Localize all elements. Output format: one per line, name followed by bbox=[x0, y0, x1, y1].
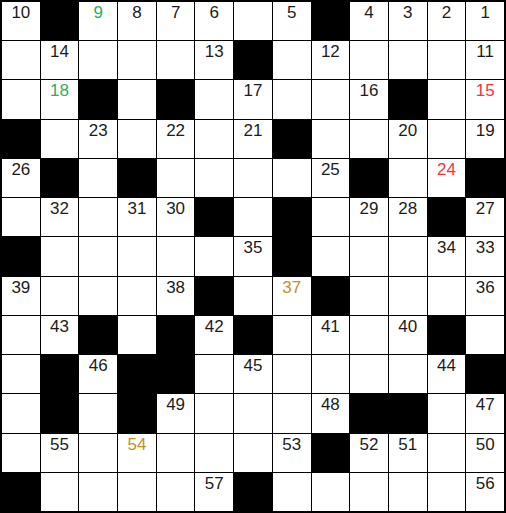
cell-r7c3[interactable] bbox=[79, 237, 117, 275]
clue-number-26: 26 bbox=[2, 160, 40, 180]
cell-r6c13[interactable]: 27 bbox=[466, 198, 504, 236]
cell-r12c6[interactable] bbox=[195, 434, 233, 472]
cell-r4c13[interactable]: 19 bbox=[466, 120, 504, 158]
cell-r2c2[interactable]: 14 bbox=[41, 41, 79, 79]
cell-r10c1[interactable] bbox=[2, 355, 40, 393]
cell-r4c6[interactable] bbox=[195, 120, 233, 158]
cell-r7c7[interactable]: 35 bbox=[234, 237, 272, 275]
clue-number-4: 4 bbox=[350, 3, 388, 23]
cell-r1c12[interactable]: 2 bbox=[428, 2, 466, 40]
cell-r7c10[interactable] bbox=[350, 237, 388, 275]
cell-r11c5[interactable]: 49 bbox=[157, 394, 195, 432]
cell-r5c9[interactable]: 25 bbox=[312, 159, 350, 197]
cell-r3c5 bbox=[157, 80, 195, 118]
cell-r9c1[interactable] bbox=[2, 316, 40, 354]
cell-r5c13 bbox=[466, 159, 504, 197]
cell-r13c1 bbox=[2, 473, 40, 511]
cell-r4c3[interactable]: 23 bbox=[79, 120, 117, 158]
cell-r1c4[interactable]: 8 bbox=[118, 2, 156, 40]
cell-r2c10[interactable] bbox=[350, 41, 388, 79]
cell-r12c11[interactable]: 51 bbox=[389, 434, 427, 472]
cell-r1c8[interactable]: 5 bbox=[273, 2, 311, 40]
clue-number-11: 11 bbox=[466, 42, 504, 62]
cell-r5c4 bbox=[118, 159, 156, 197]
clue-number-54: 54 bbox=[118, 435, 156, 455]
cell-r11c6[interactable] bbox=[195, 394, 233, 432]
clue-number-35: 35 bbox=[234, 238, 272, 258]
cell-r3c4[interactable] bbox=[118, 80, 156, 118]
cell-r11c2 bbox=[41, 394, 79, 432]
clue-number-2: 2 bbox=[428, 3, 466, 23]
clue-number-49: 49 bbox=[157, 395, 195, 415]
cell-r13c11[interactable] bbox=[389, 473, 427, 511]
clue-number-18: 18 bbox=[41, 81, 79, 101]
clue-number-5: 5 bbox=[273, 3, 311, 23]
cell-r11c8[interactable] bbox=[273, 394, 311, 432]
cell-r6c3[interactable] bbox=[79, 198, 117, 236]
clue-number-30: 30 bbox=[157, 199, 195, 219]
cell-r9c10[interactable] bbox=[350, 316, 388, 354]
cell-r9c3 bbox=[79, 316, 117, 354]
cell-r1c9 bbox=[312, 2, 350, 40]
cell-r13c4[interactable] bbox=[118, 473, 156, 511]
cell-r5c2 bbox=[41, 159, 79, 197]
clue-number-23: 23 bbox=[79, 121, 117, 141]
clue-number-40: 40 bbox=[389, 317, 427, 337]
clue-number-3: 3 bbox=[389, 3, 427, 23]
cell-r3c9[interactable] bbox=[312, 80, 350, 118]
cell-r12c5[interactable] bbox=[157, 434, 195, 472]
cell-r11c9[interactable]: 48 bbox=[312, 394, 350, 432]
cell-r2c1[interactable] bbox=[2, 41, 40, 79]
cell-r4c8 bbox=[273, 120, 311, 158]
cell-r7c13[interactable]: 33 bbox=[466, 237, 504, 275]
cell-r12c9 bbox=[312, 434, 350, 472]
cell-r6c12 bbox=[428, 198, 466, 236]
clue-number-20: 20 bbox=[389, 121, 427, 141]
clue-number-27: 27 bbox=[466, 199, 504, 219]
clue-number-16: 16 bbox=[350, 81, 388, 101]
cell-r13c7 bbox=[234, 473, 272, 511]
cell-r4c10[interactable] bbox=[350, 120, 388, 158]
cell-r6c5[interactable]: 30 bbox=[157, 198, 195, 236]
clue-number-44: 44 bbox=[428, 356, 466, 376]
cell-r2c8[interactable] bbox=[273, 41, 311, 79]
clue-number-36: 36 bbox=[466, 278, 504, 298]
cell-r3c13[interactable]: 15 bbox=[466, 80, 504, 118]
clue-number-31: 31 bbox=[118, 199, 156, 219]
cell-r7c6[interactable] bbox=[195, 237, 233, 275]
cell-r7c8 bbox=[273, 237, 311, 275]
cell-r6c6 bbox=[195, 198, 233, 236]
cell-r9c2[interactable]: 43 bbox=[41, 316, 79, 354]
clue-number-56: 56 bbox=[466, 474, 504, 494]
clue-number-43: 43 bbox=[41, 317, 79, 337]
cell-r1c11[interactable]: 3 bbox=[389, 2, 427, 40]
cell-r8c10[interactable] bbox=[350, 277, 388, 315]
cell-r10c3[interactable]: 46 bbox=[79, 355, 117, 393]
cell-r9c12 bbox=[428, 316, 466, 354]
clue-number-46: 46 bbox=[79, 356, 117, 376]
clue-number-38: 38 bbox=[157, 278, 195, 298]
clue-number-47: 47 bbox=[466, 395, 504, 415]
cell-r7c1 bbox=[2, 237, 40, 275]
cell-r13c5[interactable] bbox=[157, 473, 195, 511]
cell-r11c10 bbox=[350, 394, 388, 432]
cell-r1c6[interactable]: 6 bbox=[195, 2, 233, 40]
clue-number-34: 34 bbox=[428, 238, 466, 258]
cell-r1c13[interactable]: 1 bbox=[466, 2, 504, 40]
clue-number-19: 19 bbox=[466, 121, 504, 141]
cell-r10c11[interactable] bbox=[389, 355, 427, 393]
cell-r11c12[interactable] bbox=[428, 394, 466, 432]
cell-r5c11[interactable] bbox=[389, 159, 427, 197]
cell-r4c4[interactable] bbox=[118, 120, 156, 158]
clue-number-53: 53 bbox=[273, 435, 311, 455]
clue-number-52: 52 bbox=[350, 435, 388, 455]
cell-r11c3[interactable] bbox=[79, 394, 117, 432]
cell-r5c6[interactable] bbox=[195, 159, 233, 197]
cell-r9c7 bbox=[234, 316, 272, 354]
cell-r6c1[interactable] bbox=[2, 198, 40, 236]
cell-r5c8[interactable] bbox=[273, 159, 311, 197]
clue-number-1: 1 bbox=[466, 3, 504, 23]
cell-r3c10[interactable]: 16 bbox=[350, 80, 388, 118]
cell-r9c9[interactable]: 41 bbox=[312, 316, 350, 354]
cell-r5c5[interactable] bbox=[157, 159, 195, 197]
cell-r13c13[interactable]: 56 bbox=[466, 473, 504, 511]
cell-r10c4 bbox=[118, 355, 156, 393]
cell-r3c2[interactable]: 18 bbox=[41, 80, 79, 118]
cell-r6c10[interactable]: 29 bbox=[350, 198, 388, 236]
cell-r8c4[interactable] bbox=[118, 277, 156, 315]
clue-number-15: 15 bbox=[466, 81, 504, 101]
cell-r5c1[interactable]: 26 bbox=[2, 159, 40, 197]
clue-number-50: 50 bbox=[466, 435, 504, 455]
cell-r9c4[interactable] bbox=[118, 316, 156, 354]
cell-r7c12[interactable]: 34 bbox=[428, 237, 466, 275]
cell-r8c1[interactable]: 39 bbox=[2, 277, 40, 315]
cell-r12c7[interactable] bbox=[234, 434, 272, 472]
cell-r5c3[interactable] bbox=[79, 159, 117, 197]
cell-r12c13[interactable]: 50 bbox=[466, 434, 504, 472]
cell-r3c7[interactable]: 17 bbox=[234, 80, 272, 118]
cell-r8c6 bbox=[195, 277, 233, 315]
cell-r6c11[interactable]: 28 bbox=[389, 198, 427, 236]
cell-r3c8[interactable] bbox=[273, 80, 311, 118]
cell-r3c12[interactable] bbox=[428, 80, 466, 118]
clue-number-24: 24 bbox=[428, 160, 466, 180]
cell-r13c8[interactable] bbox=[273, 473, 311, 511]
clue-number-39: 39 bbox=[2, 278, 40, 298]
cell-r8c13[interactable]: 36 bbox=[466, 277, 504, 315]
cell-r13c10[interactable] bbox=[350, 473, 388, 511]
clue-number-28: 28 bbox=[389, 199, 427, 219]
cell-r6c2[interactable]: 32 bbox=[41, 198, 79, 236]
cell-r12c2[interactable]: 55 bbox=[41, 434, 79, 472]
cell-r4c2[interactable] bbox=[41, 120, 79, 158]
cell-r4c11[interactable]: 20 bbox=[389, 120, 427, 158]
cell-r11c11 bbox=[389, 394, 427, 432]
clue-number-14: 14 bbox=[41, 42, 79, 62]
cell-r13c3[interactable] bbox=[79, 473, 117, 511]
cell-r1c2 bbox=[41, 2, 79, 40]
clue-number-29: 29 bbox=[350, 199, 388, 219]
cell-r4c7[interactable]: 21 bbox=[234, 120, 272, 158]
cell-r7c9[interactable] bbox=[312, 237, 350, 275]
cell-r1c1[interactable]: 10 bbox=[2, 2, 40, 40]
cell-r5c10 bbox=[350, 159, 388, 197]
cell-r13c12[interactable] bbox=[428, 473, 466, 511]
cell-r13c6[interactable]: 57 bbox=[195, 473, 233, 511]
cell-r6c9[interactable] bbox=[312, 198, 350, 236]
cell-r4c5[interactable]: 22 bbox=[157, 120, 195, 158]
cell-r2c3[interactable] bbox=[79, 41, 117, 79]
clue-number-9: 9 bbox=[79, 3, 117, 23]
cell-r12c4[interactable]: 54 bbox=[118, 434, 156, 472]
cell-r9c11[interactable]: 40 bbox=[389, 316, 427, 354]
cell-r12c10[interactable]: 52 bbox=[350, 434, 388, 472]
cell-r1c5[interactable]: 7 bbox=[157, 2, 195, 40]
cell-r2c11[interactable] bbox=[389, 41, 427, 79]
cell-r2c7 bbox=[234, 41, 272, 79]
clue-number-37: 37 bbox=[273, 278, 311, 298]
cell-r4c12[interactable] bbox=[428, 120, 466, 158]
clue-number-12: 12 bbox=[312, 42, 350, 62]
cell-r8c9 bbox=[312, 277, 350, 315]
cell-r12c12[interactable] bbox=[428, 434, 466, 472]
clue-number-21: 21 bbox=[234, 121, 272, 141]
cell-r7c5[interactable] bbox=[157, 237, 195, 275]
cell-r8c8[interactable]: 37 bbox=[273, 277, 311, 315]
cell-r11c7[interactable] bbox=[234, 394, 272, 432]
cell-r6c4[interactable]: 31 bbox=[118, 198, 156, 236]
cell-r10c6[interactable] bbox=[195, 355, 233, 393]
cell-r8c7[interactable] bbox=[234, 277, 272, 315]
cell-r10c12[interactable]: 44 bbox=[428, 355, 466, 393]
cell-r12c1[interactable] bbox=[2, 434, 40, 472]
clue-number-13: 13 bbox=[195, 42, 233, 62]
cell-r4c9[interactable] bbox=[312, 120, 350, 158]
cell-r11c1[interactable] bbox=[2, 394, 40, 432]
cell-r8c3[interactable] bbox=[79, 277, 117, 315]
cell-r5c12[interactable]: 24 bbox=[428, 159, 466, 197]
cell-r13c9[interactable] bbox=[312, 473, 350, 511]
cell-r2c6[interactable]: 13 bbox=[195, 41, 233, 79]
cell-r9c8[interactable] bbox=[273, 316, 311, 354]
cell-r6c8 bbox=[273, 198, 311, 236]
cell-r6c7[interactable] bbox=[234, 198, 272, 236]
clue-number-51: 51 bbox=[389, 435, 427, 455]
clue-number-25: 25 bbox=[312, 160, 350, 180]
clue-number-22: 22 bbox=[157, 121, 195, 141]
cell-r3c6[interactable] bbox=[195, 80, 233, 118]
clue-number-10: 10 bbox=[2, 3, 40, 23]
clue-number-33: 33 bbox=[466, 238, 504, 258]
clue-number-48: 48 bbox=[312, 395, 350, 415]
cell-r1c10[interactable]: 4 bbox=[350, 2, 388, 40]
cell-r2c9[interactable]: 12 bbox=[312, 41, 350, 79]
cell-r8c5[interactable]: 38 bbox=[157, 277, 195, 315]
cell-r10c10[interactable] bbox=[350, 355, 388, 393]
cell-r12c8[interactable]: 53 bbox=[273, 434, 311, 472]
cell-r3c11 bbox=[389, 80, 427, 118]
cell-r7c4[interactable] bbox=[118, 237, 156, 275]
cell-r8c2[interactable] bbox=[41, 277, 79, 315]
cell-r10c8[interactable] bbox=[273, 355, 311, 393]
cell-r11c4 bbox=[118, 394, 156, 432]
crossword-grid: 1098765432114131211181716152322212019262… bbox=[0, 0, 506, 513]
cell-r7c11[interactable] bbox=[389, 237, 427, 275]
cell-r10c5 bbox=[157, 355, 195, 393]
cell-r9c6[interactable]: 42 bbox=[195, 316, 233, 354]
clue-number-42: 42 bbox=[195, 317, 233, 337]
cell-r2c4[interactable] bbox=[118, 41, 156, 79]
clue-number-32: 32 bbox=[41, 199, 79, 219]
clue-number-6: 6 bbox=[195, 3, 233, 23]
cell-r8c12[interactable] bbox=[428, 277, 466, 315]
cell-r13c2[interactable] bbox=[41, 473, 79, 511]
clue-number-8: 8 bbox=[118, 3, 156, 23]
clue-number-7: 7 bbox=[157, 3, 195, 23]
cell-r11c13[interactable]: 47 bbox=[466, 394, 504, 432]
clue-number-55: 55 bbox=[41, 435, 79, 455]
cell-r4c1 bbox=[2, 120, 40, 158]
clue-number-41: 41 bbox=[312, 317, 350, 337]
cell-r2c12[interactable] bbox=[428, 41, 466, 79]
cell-r2c13[interactable]: 11 bbox=[466, 41, 504, 79]
clue-number-57: 57 bbox=[195, 474, 233, 494]
cell-r9c13[interactable] bbox=[466, 316, 504, 354]
cell-r7c2[interactable] bbox=[41, 237, 79, 275]
clue-number-45: 45 bbox=[234, 356, 272, 376]
cell-r5c7[interactable] bbox=[234, 159, 272, 197]
cell-r1c3[interactable]: 9 bbox=[79, 2, 117, 40]
clue-number-17: 17 bbox=[234, 81, 272, 101]
cell-r2c5[interactable] bbox=[157, 41, 195, 79]
cell-r12c3[interactable] bbox=[79, 434, 117, 472]
cell-r8c11[interactable] bbox=[389, 277, 427, 315]
cell-r9c5 bbox=[157, 316, 195, 354]
cell-r10c13 bbox=[466, 355, 504, 393]
cell-r1c7[interactable] bbox=[234, 2, 272, 40]
cell-r10c2 bbox=[41, 355, 79, 393]
cell-r10c9[interactable] bbox=[312, 355, 350, 393]
cell-r3c1[interactable] bbox=[2, 80, 40, 118]
cell-r10c7[interactable]: 45 bbox=[234, 355, 272, 393]
cell-r3c3 bbox=[79, 80, 117, 118]
